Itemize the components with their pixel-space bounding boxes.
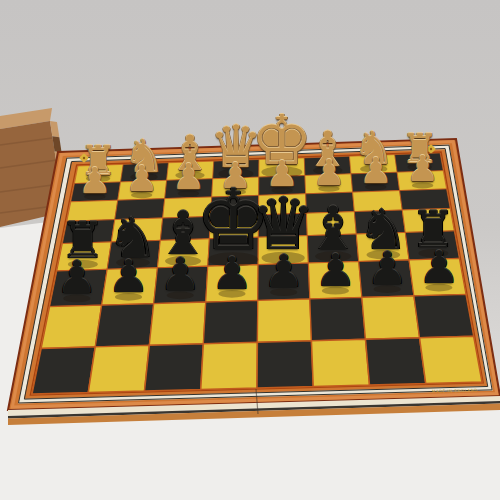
photo-scene: ♜♞♝♛♚♝♞♜♟♟♟♟♟♟♟♟♜♞♝♚♛♝♞♜♟♟♟♟♟♟♟♟ MADE IN…: [0, 0, 500, 500]
square-h1: [420, 336, 482, 383]
square-d2: [203, 300, 257, 343]
square-d1: [201, 342, 258, 389]
piece-black-pawn-b3[interactable]: ♟: [108, 254, 148, 299]
square-g2: [362, 296, 420, 339]
piece-black-pawn-h3[interactable]: ♟: [419, 245, 459, 290]
piece-white-pawn-f7[interactable]: ♟: [313, 155, 345, 191]
square-a1: [32, 347, 95, 394]
square-f2: [310, 297, 366, 340]
square-f1: [311, 339, 369, 386]
piece-black-pawn-d3[interactable]: ♟: [212, 251, 252, 296]
piece-black-pawn-a3[interactable]: ♟: [57, 256, 97, 301]
piece-black-pawn-g3[interactable]: ♟: [367, 246, 407, 291]
square-h2: [414, 294, 474, 337]
piece-black-pawn-e3[interactable]: ♟: [263, 249, 303, 294]
square-e2: [257, 299, 311, 342]
piece-white-pawn-h7[interactable]: ♟: [407, 152, 439, 188]
square-a2: [41, 305, 101, 348]
piece-black-pawn-f3[interactable]: ♟: [315, 248, 355, 293]
square-b2: [95, 304, 153, 347]
piece-white-pawn-b7[interactable]: ♟: [126, 161, 158, 197]
piece-black-pawn-c3[interactable]: ♟: [160, 253, 200, 298]
piece-white-pawn-a7[interactable]: ♟: [79, 163, 111, 199]
square-c1: [145, 344, 204, 391]
square-b1: [88, 345, 149, 392]
square-e1: [257, 341, 313, 388]
square-g1: [366, 338, 426, 385]
piece-white-pawn-g7[interactable]: ♟: [360, 153, 392, 189]
square-c2: [149, 302, 205, 345]
